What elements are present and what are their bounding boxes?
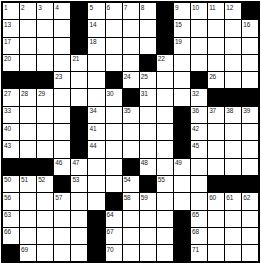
clue-number: 60 (209, 194, 216, 201)
clue-number: 5 (89, 4, 92, 11)
cell[interactable]: 42 (191, 124, 207, 140)
black-cell (242, 89, 258, 105)
cell[interactable] (140, 228, 156, 244)
cell[interactable]: 44 (88, 141, 104, 157)
clue-number: 7 (124, 4, 127, 11)
clue-number: 48 (141, 159, 148, 166)
cell[interactable]: 11 (208, 3, 224, 19)
cell[interactable]: 16 (242, 20, 258, 36)
cell[interactable] (242, 211, 258, 227)
cell[interactable] (20, 20, 36, 36)
cell[interactable]: 68 (191, 228, 207, 244)
cell[interactable]: 3 (37, 3, 53, 19)
cell[interactable]: 8 (140, 3, 156, 19)
cell[interactable]: 2 (20, 3, 36, 19)
clue-number: 10 (192, 4, 199, 11)
black-cell (140, 176, 156, 192)
clue-number: 22 (158, 55, 165, 62)
black-cell (71, 3, 87, 19)
cell[interactable]: 7 (123, 3, 139, 19)
cell[interactable] (54, 245, 70, 261)
black-cell (174, 107, 190, 123)
black-cell (71, 124, 87, 140)
black-cell (71, 38, 87, 54)
cell[interactable]: 24 (123, 72, 139, 88)
cell[interactable] (140, 38, 156, 54)
black-cell (123, 159, 139, 175)
black-cell (71, 141, 87, 157)
black-cell (37, 159, 53, 175)
cell[interactable] (225, 211, 241, 227)
cell[interactable] (157, 107, 173, 123)
cell[interactable] (54, 107, 70, 123)
cell[interactable]: 31 (140, 89, 156, 105)
cell[interactable] (242, 159, 258, 175)
black-cell (174, 211, 190, 227)
black-cell (191, 72, 207, 88)
black-cell (157, 38, 173, 54)
clue-number: 45 (192, 142, 199, 149)
clue-number: 52 (38, 176, 45, 183)
clue-number: 3 (38, 4, 41, 11)
cell[interactable] (88, 55, 104, 71)
black-cell (20, 72, 36, 88)
cell[interactable] (106, 38, 122, 54)
cell[interactable] (123, 141, 139, 157)
cell[interactable] (54, 38, 70, 54)
cell[interactable] (88, 159, 104, 175)
cell[interactable] (208, 245, 224, 261)
cell[interactable] (174, 193, 190, 209)
cell[interactable] (157, 159, 173, 175)
black-cell (174, 245, 190, 261)
black-cell (3, 159, 19, 175)
clue-number: 64 (107, 211, 114, 218)
clue-number: 68 (192, 228, 199, 235)
cell[interactable] (242, 141, 258, 157)
cell[interactable] (106, 141, 122, 157)
cell[interactable] (225, 159, 241, 175)
cell[interactable] (20, 211, 36, 227)
cell[interactable] (208, 38, 224, 54)
cell[interactable]: 25 (140, 72, 156, 88)
cell[interactable]: 19 (174, 38, 190, 54)
cell[interactable] (191, 193, 207, 209)
cell[interactable]: 33 (3, 107, 19, 123)
black-cell (71, 107, 87, 123)
black-cell (71, 20, 87, 36)
cell[interactable] (20, 124, 36, 140)
clue-number: 42 (192, 125, 199, 132)
cell[interactable] (106, 107, 122, 123)
cell[interactable]: 54 (123, 176, 139, 192)
cell[interactable]: 40 (3, 124, 19, 140)
cell[interactable]: 50 (3, 176, 19, 192)
cell[interactable] (54, 55, 70, 71)
cell[interactable] (71, 193, 87, 209)
cell[interactable]: 34 (88, 107, 104, 123)
clue-number: 33 (4, 107, 11, 114)
clue-number: 51 (21, 176, 28, 183)
cell[interactable]: 13 (3, 20, 19, 36)
clue-number: 36 (192, 107, 199, 114)
cell[interactable]: 66 (3, 228, 19, 244)
cell[interactable]: 6 (106, 3, 122, 19)
cell[interactable]: 29 (37, 89, 53, 105)
clue-number: 6 (107, 4, 110, 11)
cell[interactable] (37, 55, 53, 71)
cell[interactable] (106, 124, 122, 140)
cell[interactable]: 52 (37, 176, 53, 192)
clue-number: 11 (209, 4, 215, 11)
clue-number: 26 (209, 73, 216, 80)
black-cell (106, 72, 122, 88)
cell[interactable]: 62 (242, 193, 258, 209)
cell[interactable]: 47 (71, 159, 87, 175)
clue-number: 69 (21, 246, 28, 253)
clue-number: 46 (55, 159, 62, 166)
cell[interactable] (123, 38, 139, 54)
black-cell (225, 89, 241, 105)
cell[interactable] (225, 38, 241, 54)
cell[interactable] (242, 72, 258, 88)
clue-number: 27 (4, 90, 11, 97)
cell[interactable]: 39 (242, 107, 258, 123)
clue-number: 38 (226, 107, 233, 114)
black-cell (225, 176, 241, 192)
cell[interactable] (174, 89, 190, 105)
cell[interactable] (71, 228, 87, 244)
clue-number: 32 (192, 90, 199, 97)
cell[interactable]: 51 (20, 176, 36, 192)
cell[interactable] (191, 55, 207, 71)
cell[interactable] (157, 124, 173, 140)
clue-number: 34 (89, 107, 96, 114)
clue-number: 31 (141, 90, 148, 97)
cell[interactable]: 58 (123, 193, 139, 209)
clue-number: 50 (4, 176, 11, 183)
cell[interactable] (106, 159, 122, 175)
cell[interactable] (157, 89, 173, 105)
cell[interactable] (242, 245, 258, 261)
cell[interactable] (242, 55, 258, 71)
cell[interactable] (54, 228, 70, 244)
cell[interactable] (37, 228, 53, 244)
black-cell (88, 245, 104, 261)
black-cell (54, 176, 70, 192)
cell[interactable] (37, 141, 53, 157)
cell[interactable] (106, 55, 122, 71)
clue-number: 16 (243, 21, 250, 28)
clue-number: 55 (158, 176, 165, 183)
black-cell (157, 3, 173, 19)
cell[interactable]: 69 (20, 245, 36, 261)
cell[interactable]: 9 (174, 3, 190, 19)
black-cell (174, 141, 190, 157)
cell[interactable] (225, 141, 241, 157)
cell[interactable] (54, 141, 70, 157)
cell[interactable]: 38 (225, 107, 241, 123)
clue-number: 13 (4, 21, 11, 28)
cell[interactable] (140, 141, 156, 157)
cell[interactable]: 30 (106, 89, 122, 105)
cell[interactable] (157, 141, 173, 157)
cell[interactable] (106, 176, 122, 192)
cell[interactable] (157, 228, 173, 244)
clue-number: 58 (124, 194, 131, 201)
cell[interactable] (157, 193, 173, 209)
cell[interactable] (208, 141, 224, 157)
cell[interactable]: 48 (140, 159, 156, 175)
cell[interactable] (37, 20, 53, 36)
cell[interactable]: 55 (157, 176, 173, 192)
clue-number: 54 (124, 176, 131, 183)
black-cell (123, 89, 139, 105)
cell[interactable] (123, 55, 139, 71)
cell[interactable] (191, 159, 207, 175)
cell[interactable] (20, 141, 36, 157)
crossword-board: 1234567891011121314151617181920212223242… (1, 1, 260, 263)
clue-number: 53 (72, 176, 79, 183)
cell[interactable]: 22 (157, 55, 173, 71)
cell[interactable] (191, 176, 207, 192)
clue-number: 59 (141, 194, 148, 201)
cell[interactable]: 20 (3, 55, 19, 71)
cell[interactable] (140, 245, 156, 261)
cell[interactable] (123, 228, 139, 244)
cell[interactable] (140, 124, 156, 140)
cell[interactable] (140, 211, 156, 227)
black-cell (37, 72, 53, 88)
cell[interactable] (37, 124, 53, 140)
cell[interactable]: 45 (191, 141, 207, 157)
cell[interactable] (37, 193, 53, 209)
cell[interactable]: 64 (106, 211, 122, 227)
clue-number: 25 (141, 73, 148, 80)
cell[interactable]: 36 (191, 107, 207, 123)
cell[interactable] (225, 245, 241, 261)
cell[interactable] (157, 245, 173, 261)
cell[interactable]: 1 (3, 3, 19, 19)
cell[interactable] (71, 89, 87, 105)
cell[interactable]: 43 (3, 141, 19, 157)
clue-number: 8 (141, 4, 144, 11)
clue-number: 17 (4, 38, 11, 45)
cell[interactable]: 37 (208, 107, 224, 123)
black-cell (242, 176, 258, 192)
clue-number: 66 (4, 228, 11, 235)
cell[interactable]: 4 (54, 3, 70, 19)
black-cell (242, 3, 258, 19)
black-cell (208, 176, 224, 192)
cell[interactable]: 26 (208, 72, 224, 88)
cell[interactable]: 70 (106, 245, 122, 261)
cell[interactable] (54, 89, 70, 105)
cell[interactable] (54, 124, 70, 140)
cell[interactable] (20, 107, 36, 123)
cell[interactable] (123, 124, 139, 140)
cell[interactable] (88, 176, 104, 192)
clue-number: 4 (55, 4, 58, 11)
clue-number: 2 (21, 4, 24, 11)
cell[interactable] (71, 72, 87, 88)
clue-number: 62 (243, 194, 250, 201)
cell[interactable]: 23 (54, 72, 70, 88)
cell[interactable] (208, 55, 224, 71)
clue-number: 30 (107, 90, 114, 97)
clue-number: 12 (226, 4, 233, 11)
black-cell (20, 159, 36, 175)
clue-number: 18 (89, 38, 96, 45)
cell[interactable]: 57 (54, 193, 70, 209)
cell[interactable]: 32 (191, 89, 207, 105)
cell[interactable] (37, 211, 53, 227)
cell[interactable] (225, 228, 241, 244)
clue-number: 40 (4, 125, 11, 132)
cell[interactable]: 41 (88, 124, 104, 140)
cell[interactable] (37, 107, 53, 123)
cell[interactable]: 14 (88, 20, 104, 36)
black-cell (88, 211, 104, 227)
clue-number: 43 (4, 142, 11, 149)
cell[interactable] (242, 124, 258, 140)
clue-number: 9 (175, 4, 178, 11)
cell[interactable] (225, 124, 241, 140)
cell[interactable]: 61 (225, 193, 241, 209)
clue-number: 57 (55, 194, 62, 201)
clue-number: 63 (4, 211, 11, 218)
cell[interactable] (140, 20, 156, 36)
cell[interactable]: 27 (3, 89, 19, 105)
cell[interactable] (208, 124, 224, 140)
black-cell (88, 228, 104, 244)
cell[interactable] (20, 228, 36, 244)
cell[interactable] (88, 193, 104, 209)
cell[interactable] (191, 38, 207, 54)
cell[interactable] (88, 72, 104, 88)
cell[interactable] (20, 38, 36, 54)
cell[interactable]: 12 (225, 3, 241, 19)
cell[interactable]: 17 (3, 38, 19, 54)
cell[interactable]: 15 (174, 20, 190, 36)
clue-number: 39 (243, 107, 250, 114)
cell[interactable] (71, 211, 87, 227)
cell[interactable] (225, 55, 241, 71)
cell[interactable]: 67 (106, 228, 122, 244)
clue-number: 14 (89, 21, 96, 28)
clue-number: 23 (55, 73, 62, 80)
cell[interactable]: 56 (3, 193, 19, 209)
clue-number: 44 (89, 142, 96, 149)
black-cell (140, 55, 156, 71)
clue-number: 37 (209, 107, 216, 114)
cell[interactable]: 49 (174, 159, 190, 175)
clue-number: 41 (89, 125, 96, 132)
cell[interactable] (208, 159, 224, 175)
clue-number: 65 (192, 211, 199, 218)
black-cell (106, 193, 122, 209)
cell[interactable] (123, 245, 139, 261)
clue-number: 21 (72, 55, 79, 62)
cell[interactable]: 65 (191, 211, 207, 227)
cell[interactable] (174, 55, 190, 71)
cell[interactable] (157, 211, 173, 227)
cell[interactable] (37, 38, 53, 54)
clue-number: 35 (124, 107, 131, 114)
black-cell (3, 245, 19, 261)
clue-number: 1 (4, 4, 7, 11)
cell[interactable] (88, 89, 104, 105)
cell[interactable] (123, 20, 139, 36)
cell[interactable]: 53 (71, 176, 87, 192)
clue-number: 61 (226, 194, 233, 201)
cell[interactable]: 28 (20, 89, 36, 105)
clue-number: 47 (72, 159, 79, 166)
black-cell (174, 228, 190, 244)
black-cell (157, 20, 173, 36)
clue-number: 19 (175, 38, 182, 45)
clue-number: 71 (192, 246, 199, 253)
cell[interactable] (123, 211, 139, 227)
cell[interactable] (37, 245, 53, 261)
cell[interactable] (225, 72, 241, 88)
clue-number: 24 (124, 73, 131, 80)
clue-number: 70 (107, 246, 114, 253)
cell[interactable] (20, 55, 36, 71)
cell[interactable]: 71 (191, 245, 207, 261)
cell[interactable]: 18 (88, 38, 104, 54)
black-cell (174, 124, 190, 140)
cell[interactable] (208, 20, 224, 36)
cell[interactable] (208, 228, 224, 244)
cell[interactable] (191, 20, 207, 36)
cell[interactable] (174, 72, 190, 88)
cell[interactable] (54, 20, 70, 36)
clue-number: 49 (175, 159, 182, 166)
cell[interactable]: 10 (191, 3, 207, 19)
cell[interactable] (208, 211, 224, 227)
clue-number: 67 (107, 228, 114, 235)
black-cell (208, 89, 224, 105)
cell[interactable] (174, 176, 190, 192)
cell[interactable] (225, 20, 241, 36)
cell[interactable]: 5 (88, 3, 104, 19)
cell[interactable] (157, 72, 173, 88)
cell[interactable]: 46 (54, 159, 70, 175)
cell[interactable] (140, 107, 156, 123)
cell[interactable] (242, 228, 258, 244)
cell[interactable]: 21 (71, 55, 87, 71)
clue-number: 15 (175, 21, 182, 28)
cell[interactable] (20, 193, 36, 209)
cell[interactable] (54, 211, 70, 227)
clue-number: 28 (21, 90, 28, 97)
clue-number: 29 (38, 90, 45, 97)
cell[interactable]: 60 (208, 193, 224, 209)
cell[interactable] (71, 245, 87, 261)
cell[interactable]: 35 (123, 107, 139, 123)
cell[interactable]: 63 (3, 211, 19, 227)
clue-number: 20 (4, 55, 11, 62)
cell[interactable] (106, 20, 122, 36)
cell[interactable] (242, 38, 258, 54)
black-cell (3, 72, 19, 88)
clue-number: 56 (4, 194, 11, 201)
cell[interactable]: 59 (140, 193, 156, 209)
